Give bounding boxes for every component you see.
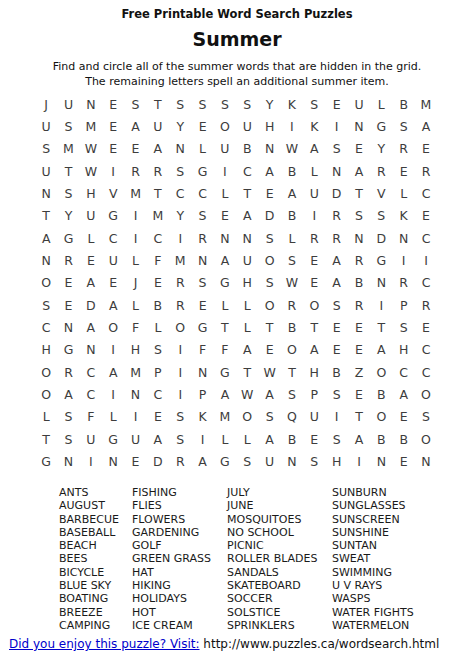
grid-cell: U (258, 451, 280, 473)
grid-cell: O (415, 428, 437, 450)
grid-cell: C (35, 316, 57, 338)
grid-cell: H (325, 451, 347, 473)
grid-cell: B (370, 428, 392, 450)
grid-cell: R (393, 272, 415, 294)
grid-cell: B (236, 138, 258, 160)
word-item: BICYCLE (59, 566, 119, 579)
grid-cell: A (124, 115, 146, 137)
grid-cell: A (236, 205, 258, 227)
grid-cell: L (147, 316, 169, 338)
grid-cell: L (35, 406, 57, 428)
grid-cell: U (236, 249, 258, 271)
grid-cell: M (169, 249, 191, 271)
grid-cell: V (370, 182, 392, 204)
word-item: ANTS (59, 486, 119, 499)
word-item: AUGUST (59, 499, 119, 512)
grid-cell: R (169, 294, 191, 316)
grid-cell: E (258, 339, 280, 361)
grid-cell: U (303, 406, 325, 428)
grid-cell: M (80, 115, 102, 137)
grid-cell: D (325, 182, 347, 204)
grid-cell: J (35, 93, 57, 115)
grid-cell: A (80, 316, 102, 338)
word-item: BASEBALL (59, 526, 119, 539)
grid-cell: O (370, 361, 392, 383)
grid-cell: N (57, 316, 79, 338)
grid-cell: D (258, 205, 280, 227)
grid-cell: T (236, 182, 258, 204)
grid-cell: G (214, 451, 236, 473)
grid-cell: I (80, 451, 102, 473)
word-item: HAT (132, 566, 211, 579)
grid-cell: E (415, 316, 437, 338)
grid-cell: E (348, 383, 370, 405)
grid-cell: R (348, 294, 370, 316)
word-item: FLOWERS (132, 513, 211, 526)
word-item: SWIMMING (332, 566, 414, 579)
grid-cell: S (370, 205, 392, 227)
grid-cell: O (35, 383, 57, 405)
grid-cell: N (80, 339, 102, 361)
grid-cell: N (35, 249, 57, 271)
grid-cell: T (348, 182, 370, 204)
word-item: SUNGLASSES (332, 499, 414, 512)
grid-cell: E (102, 138, 124, 160)
grid-cell: C (393, 361, 415, 383)
grid-cell: U (35, 115, 57, 137)
grid-cell: A (258, 160, 280, 182)
grid-cell: A (415, 115, 437, 137)
grid-cell: W (80, 160, 102, 182)
grid-cell: G (191, 316, 213, 338)
word-item: BEES (59, 552, 119, 565)
grid-cell: U (348, 93, 370, 115)
grid-cell: B (281, 428, 303, 450)
grid-cell: T (57, 160, 79, 182)
grid-cell: E (393, 406, 415, 428)
grid-cell: M (147, 205, 169, 227)
grid-cell: L (236, 316, 258, 338)
grid-cell: E (325, 93, 347, 115)
grid-cell: R (415, 160, 437, 182)
word-item: NO SCHOOL (227, 526, 318, 539)
grid-cell: A (258, 383, 280, 405)
grid-cell: S (191, 272, 213, 294)
grid-cell: C (147, 383, 169, 405)
grid-cell: G (102, 205, 124, 227)
grid-cell: I (102, 339, 124, 361)
grid-cell: G (214, 361, 236, 383)
grid-cell: U (80, 205, 102, 227)
grid-cell: I (393, 249, 415, 271)
grid-cell: F (214, 339, 236, 361)
grid-cell: E (124, 138, 146, 160)
grid-cell: C (191, 182, 213, 204)
grid-cell: C (415, 182, 437, 204)
grid-cell: T (258, 316, 280, 338)
grid-cell: Z (348, 361, 370, 383)
word-item: BARBECUE (59, 513, 119, 526)
page-title: Summer (0, 28, 474, 50)
instructions: Find and circle all of the summer words … (0, 60, 474, 89)
grid-cell: U (147, 115, 169, 137)
grid-cell: F (147, 249, 169, 271)
grid-cell: L (102, 406, 124, 428)
grid-cell: O (35, 361, 57, 383)
grid-cell: Y (169, 115, 191, 137)
grid-cell: S (191, 205, 213, 227)
grid-cell: E (393, 451, 415, 473)
grid-cell: U (303, 182, 325, 204)
grid-cell: O (303, 294, 325, 316)
grid-cell: S (169, 406, 191, 428)
grid-cell: R (325, 205, 347, 227)
grid-cell: N (348, 227, 370, 249)
grid-cell: H (236, 272, 258, 294)
grid-cell: T (147, 93, 169, 115)
grid-cell: T (35, 428, 57, 450)
grid-cell: N (191, 361, 213, 383)
word-item: HOLIDAYS (132, 592, 211, 605)
grid-cell: G (370, 115, 392, 137)
grid-cell: A (393, 383, 415, 405)
grid-cell: R (393, 138, 415, 160)
grid-cell: B (281, 316, 303, 338)
grid-cell: L (214, 182, 236, 204)
grid-cell: O (258, 294, 280, 316)
grid-cell: N (325, 160, 347, 182)
grid-cell: S (169, 93, 191, 115)
grid-cell: M (57, 138, 79, 160)
grid-cell: A (325, 249, 347, 271)
grid-cell: B (393, 428, 415, 450)
grid-cell: E (57, 272, 79, 294)
word-item: ROLLER BLADES (227, 552, 318, 565)
grid-cell: Y (57, 205, 79, 227)
word-item: JUNE (227, 499, 318, 512)
grid-cell: L (393, 182, 415, 204)
grid-cell: A (303, 339, 325, 361)
word-item: GOLF (132, 539, 211, 552)
grid-cell: R (415, 294, 437, 316)
grid-cell: S (169, 428, 191, 450)
grid-cell: R (57, 249, 79, 271)
grid-cell: F (191, 339, 213, 361)
grid-cell: C (80, 361, 102, 383)
grid-cell: T (147, 182, 169, 204)
grid-cell: E (147, 406, 169, 428)
grid-cell: P (147, 361, 169, 383)
grid-cell: E (325, 339, 347, 361)
grid-cell: S (303, 451, 325, 473)
grid-cell: N (281, 451, 303, 473)
grid-cell: H (124, 339, 146, 361)
grid-cell: E (102, 93, 124, 115)
word-item: WASPS (332, 592, 414, 605)
grid-cell: O (214, 115, 236, 137)
grid-cell: B (281, 160, 303, 182)
grid-cell: A (102, 361, 124, 383)
grid-cell: C (415, 339, 437, 361)
grid-cell: A (281, 182, 303, 204)
grid-cell: A (80, 272, 102, 294)
word-item: BOATING (59, 592, 119, 605)
grid-cell: L (214, 294, 236, 316)
grid-cell: I (124, 227, 146, 249)
grid-cell: B (370, 383, 392, 405)
grid-cell: G (370, 249, 392, 271)
grid-cell: C (415, 361, 437, 383)
grid-cell: N (415, 451, 437, 473)
site-header: Free Printable Word Search Puzzles (0, 7, 474, 21)
word-item: JULY (227, 486, 318, 499)
grid-cell: P (303, 383, 325, 405)
grid-cell: R (169, 451, 191, 473)
grid-cell: R (124, 160, 146, 182)
grid-cell: M (124, 182, 146, 204)
word-list-column: FISHINGFLIESFLOWERSGARDENINGGOLFGREEN GR… (132, 486, 211, 632)
grid-cell: K (191, 406, 213, 428)
grid-cell: S (57, 428, 79, 450)
grid-cell: I (370, 294, 392, 316)
grid-cell: I (415, 249, 437, 271)
grid-cell: F (80, 406, 102, 428)
grid-cell: E (214, 205, 236, 227)
grid-cell: O (415, 383, 437, 405)
word-item: BREEZE (59, 606, 119, 619)
word-list-column: SUNBURNSUNGLASSESSUNSCREENSUNSHINESUNTAN… (332, 486, 414, 632)
grid-cell: H (393, 339, 415, 361)
grid-cell: N (370, 451, 392, 473)
grid-cell: U (214, 138, 236, 160)
footer-url: http://www.puzzles.ca/wordsearch.html (203, 637, 439, 651)
grid-cell: S (214, 93, 236, 115)
grid-cell: S (258, 406, 280, 428)
grid-cell: A (57, 383, 79, 405)
grid-cell: R (57, 361, 79, 383)
grid-cell: E (124, 451, 146, 473)
grid-cell: S (393, 316, 415, 338)
grid-cell: R (325, 227, 347, 249)
grid-cell: B (147, 294, 169, 316)
grid-cell: S (124, 93, 146, 115)
grid-cell: S (236, 451, 258, 473)
grid-cell: T (348, 406, 370, 428)
grid-cell: S (57, 182, 79, 204)
word-item: BLUE SKY (59, 579, 119, 592)
word-list-column: ANTSAUGUSTBARBECUEBASEBALLBEACHBEESBICYC… (59, 486, 119, 632)
grid-cell: A (191, 451, 213, 473)
word-item: WATER FIGHTS (332, 606, 414, 619)
grid-cell: R (303, 227, 325, 249)
grid-cell: C (102, 227, 124, 249)
grid-cell: C (415, 227, 437, 249)
grid-cell: S (281, 249, 303, 271)
word-item: BEACH (59, 539, 119, 552)
grid-cell: E (348, 339, 370, 361)
grid-cell: S (35, 138, 57, 160)
grid-cell: S (325, 294, 347, 316)
grid-cell: A (348, 428, 370, 450)
grid-cell: E (325, 316, 347, 338)
grid-cell: Y (258, 93, 280, 115)
word-list: ANTSAUGUSTBARBECUEBASEBALLBEACHBEESBICYC… (0, 486, 474, 634)
grid-cell: N (258, 138, 280, 160)
grid-cell: O (370, 406, 392, 428)
grid-cell: A (325, 272, 347, 294)
grid-cell: B (325, 361, 347, 383)
grid-cell: U (124, 428, 146, 450)
grid-cell: P (393, 294, 415, 316)
grid-cell: A (147, 428, 169, 450)
grid-cell: W (281, 138, 303, 160)
grid-cell: U (102, 249, 124, 271)
grid-cell: D (370, 227, 392, 249)
grid-cell: E (191, 294, 213, 316)
grid-cell: E (393, 160, 415, 182)
grid-cell: W (80, 138, 102, 160)
grid-cell: A (303, 138, 325, 160)
grid-cell: E (348, 316, 370, 338)
grid-cell: E (57, 294, 79, 316)
grid-cell: I (325, 115, 347, 137)
grid-cell: I (303, 205, 325, 227)
word-item: SUNBURN (332, 486, 414, 499)
grid-cell: G (35, 451, 57, 473)
grid-cell: T (35, 205, 57, 227)
grid-cell: N (348, 115, 370, 137)
word-list-column: JULYJUNEMOSQUITOESNO SCHOOLPICNICROLLER … (227, 486, 318, 632)
grid-cell: H (35, 339, 57, 361)
grid-cell: N (124, 383, 146, 405)
grid-cell: A (214, 383, 236, 405)
grid-cell: L (124, 249, 146, 271)
grid-cell: S (35, 294, 57, 316)
grid-cell: S (415, 406, 437, 428)
grid-cell: N (370, 272, 392, 294)
word-item: HIKING (132, 579, 211, 592)
footer: Did you enjoy this puzzle? Visit: http:/… (9, 637, 439, 651)
word-item: SOLSTICE (227, 606, 318, 619)
grid-cell: O (169, 316, 191, 338)
grid-cell: N (35, 182, 57, 204)
grid-cell: C (147, 227, 169, 249)
grid-cell: A (258, 428, 280, 450)
grid-cell: T (370, 316, 392, 338)
grid-cell: P (191, 383, 213, 405)
grid-cell: L (236, 428, 258, 450)
grid-cell: O (281, 339, 303, 361)
grid-cell: L (214, 428, 236, 450)
grid-cell: I (124, 205, 146, 227)
grid-cell: D (80, 294, 102, 316)
grid-cell: Q (281, 406, 303, 428)
grid-cell: L (80, 227, 102, 249)
grid-cell: T (281, 361, 303, 383)
grid-cell: L (124, 294, 146, 316)
footer-link[interactable]: Did you enjoy this puzzle? Visit: (9, 637, 200, 651)
grid-cell: K (393, 205, 415, 227)
grid-cell: C (236, 160, 258, 182)
grid-cell: R (348, 249, 370, 271)
word-item: SPRINKLERS (227, 619, 318, 632)
grid-cell: E (303, 428, 325, 450)
grid-cell: N (191, 249, 213, 271)
grid-cell: E (415, 205, 437, 227)
word-item: HOT (132, 606, 211, 619)
word-item: PICNIC (227, 539, 318, 552)
grid-cell: J (124, 272, 146, 294)
instructions-line-2: The remaining letters spell an additiona… (0, 75, 474, 90)
grid-cell: R (281, 294, 303, 316)
grid-cell: E (348, 138, 370, 160)
grid-cell: S (325, 428, 347, 450)
word-item: FLIES (132, 499, 211, 512)
word-item: SANDALS (227, 566, 318, 579)
grid-cell: U (80, 428, 102, 450)
grid-cell: S (325, 383, 347, 405)
grid-cell: I (169, 227, 191, 249)
grid-cell: O (258, 249, 280, 271)
grid-cell: R (191, 227, 213, 249)
grid-cell: T (214, 316, 236, 338)
grid-cell: A (214, 249, 236, 271)
grid-cell: I (191, 428, 213, 450)
grid-cell: O (102, 316, 124, 338)
grid-cell: S (348, 205, 370, 227)
grid-cell: R (370, 160, 392, 182)
word-item: WATERMELON (332, 619, 414, 632)
grid-cell: I (102, 383, 124, 405)
grid-cell: S (191, 93, 213, 115)
grid-cell: S (258, 272, 280, 294)
grid-cell: S (258, 227, 280, 249)
grid-cell: W (281, 272, 303, 294)
grid-cell: E (258, 182, 280, 204)
word-item: SOCCER (227, 592, 318, 605)
grid-cell: G (57, 339, 79, 361)
grid-cell: O (236, 406, 258, 428)
grid-cell: G (191, 160, 213, 182)
grid-cell: S (57, 406, 79, 428)
word-item: ICE CREAM (132, 619, 211, 632)
grid-cell: L (303, 160, 325, 182)
grid-cell: B (393, 93, 415, 115)
grid-cell: S (303, 93, 325, 115)
grid-cell: A (370, 339, 392, 361)
instructions-line-1: Find and circle all of the summer words … (0, 60, 474, 75)
grid-cell: C (169, 182, 191, 204)
word-item: SWEAT (332, 552, 414, 565)
grid-cell: B (281, 205, 303, 227)
grid-cell: H (80, 182, 102, 204)
grid-cell: I (169, 383, 191, 405)
grid-cell: U (236, 115, 258, 137)
word-item: CAMPING (59, 619, 119, 632)
grid-cell: O (35, 272, 57, 294)
grid-cell: G (214, 272, 236, 294)
grid-cell: I (169, 339, 191, 361)
grid-cell: R (147, 160, 169, 182)
grid-cell: A (236, 339, 258, 361)
grid-cell: A (102, 294, 124, 316)
grid-cell: S (393, 115, 415, 137)
grid-cell: N (393, 227, 415, 249)
grid-cell: M (415, 93, 437, 115)
word-item: FISHING (132, 486, 211, 499)
grid-cell: C (80, 383, 102, 405)
grid-cell: N (236, 227, 258, 249)
